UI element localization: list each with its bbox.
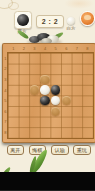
- score-text: 2 : 2: [42, 18, 59, 25]
- col-label: 7: [72, 46, 83, 52]
- othello-board: 12345678 12345678: [2, 43, 95, 143]
- replay-button[interactable]: 重玩: [73, 145, 91, 155]
- col-label: 8: [82, 46, 93, 52]
- white-disc: [51, 96, 60, 105]
- col-label: 5: [50, 46, 61, 52]
- col-label: 2: [19, 46, 30, 52]
- score-box: 2 : 2: [36, 15, 64, 28]
- col-label: 4: [40, 46, 51, 52]
- legal-move-hint[interactable]: [62, 96, 71, 105]
- opponent-avatar[interactable]: [80, 11, 95, 26]
- legal-move-hint[interactable]: [30, 85, 39, 94]
- col-label: 6: [61, 46, 72, 52]
- black-disc: [51, 85, 60, 94]
- black-disc: [40, 96, 49, 105]
- col-label: 3: [29, 46, 40, 52]
- leave-button[interactable]: 离开: [7, 145, 25, 155]
- black-stone-icon: [17, 14, 29, 26]
- avatar-face-icon: [84, 15, 91, 21]
- board-grid[interactable]: [7, 52, 94, 139]
- white-stone-icon: [67, 17, 75, 25]
- resign-button[interactable]: 认输: [51, 145, 69, 155]
- cloud-decor-icon: [8, 2, 19, 10]
- white-player-label: 白方: [61, 26, 81, 31]
- col-label: 1: [8, 46, 19, 52]
- bottom-letterbox: [0, 172, 95, 191]
- col-labels: 12345678: [8, 46, 93, 52]
- game-screen: 黑方 2 : 2 白方 12345678 12345678 离开 悔棋 认输 重…: [0, 0, 95, 190]
- cloud-decor-icon: [64, 0, 94, 9]
- white-disc: [40, 85, 49, 94]
- black-player-avatar[interactable]: [14, 11, 32, 29]
- legal-move-hint[interactable]: [51, 107, 60, 116]
- legal-move-hint[interactable]: [40, 75, 49, 84]
